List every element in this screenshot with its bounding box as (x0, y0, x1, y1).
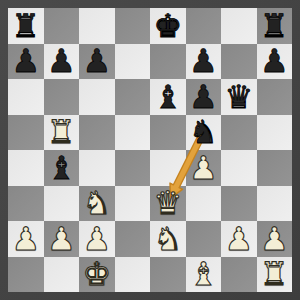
square-h1[interactable]: ♜ (257, 257, 293, 293)
square-e1[interactable] (150, 257, 186, 293)
square-d6[interactable] (115, 79, 151, 115)
square-a5[interactable] (8, 115, 44, 151)
square-b2[interactable]: ♟ (44, 221, 80, 257)
square-g7[interactable] (221, 44, 257, 80)
board-frame: ♜♚♜♟♟♟♟♟♝♟♛♜♞♝♟♞♛♟♟♟♞♟♟♚♝♜ (0, 0, 300, 300)
black-pawn[interactable]: ♟ (257, 44, 293, 80)
square-g1[interactable] (221, 257, 257, 293)
square-c2[interactable]: ♟ (79, 221, 115, 257)
white-pawn[interactable]: ♟ (44, 221, 80, 257)
square-g4[interactable] (221, 150, 257, 186)
square-a7[interactable]: ♟ (8, 44, 44, 80)
square-e8[interactable]: ♚ (150, 8, 186, 44)
white-rook[interactable]: ♜ (257, 257, 293, 293)
white-pawn[interactable]: ♟ (79, 221, 115, 257)
square-e4[interactable] (150, 150, 186, 186)
black-bishop[interactable]: ♝ (150, 79, 186, 115)
white-bishop[interactable]: ♝ (186, 257, 222, 293)
square-e7[interactable] (150, 44, 186, 80)
white-pawn[interactable]: ♟ (8, 221, 44, 257)
square-c1[interactable]: ♚ (79, 257, 115, 293)
square-c4[interactable] (79, 150, 115, 186)
square-g2[interactable]: ♟ (221, 221, 257, 257)
square-g5[interactable] (221, 115, 257, 151)
black-rook[interactable]: ♜ (8, 8, 44, 44)
white-king[interactable]: ♚ (79, 257, 115, 293)
square-d2[interactable] (115, 221, 151, 257)
square-h8[interactable]: ♜ (257, 8, 293, 44)
white-pawn[interactable]: ♟ (221, 221, 257, 257)
square-e3[interactable]: ♛ (150, 186, 186, 222)
square-b6[interactable] (44, 79, 80, 115)
black-pawn[interactable]: ♟ (186, 44, 222, 80)
square-f2[interactable] (186, 221, 222, 257)
square-h4[interactable] (257, 150, 293, 186)
square-d4[interactable] (115, 150, 151, 186)
white-knight[interactable]: ♞ (79, 186, 115, 222)
square-g8[interactable] (221, 8, 257, 44)
square-f8[interactable] (186, 8, 222, 44)
square-h7[interactable]: ♟ (257, 44, 293, 80)
square-f7[interactable]: ♟ (186, 44, 222, 80)
white-queen[interactable]: ♛ (150, 186, 186, 222)
white-pawn[interactable]: ♟ (257, 221, 293, 257)
square-b3[interactable] (44, 186, 80, 222)
black-rook[interactable]: ♜ (257, 8, 293, 44)
square-a6[interactable] (8, 79, 44, 115)
square-d8[interactable] (115, 8, 151, 44)
square-d1[interactable] (115, 257, 151, 293)
square-c8[interactable] (79, 8, 115, 44)
square-g6[interactable]: ♛ (221, 79, 257, 115)
square-h3[interactable] (257, 186, 293, 222)
square-f6[interactable]: ♟ (186, 79, 222, 115)
square-a1[interactable] (8, 257, 44, 293)
square-c3[interactable]: ♞ (79, 186, 115, 222)
square-c7[interactable]: ♟ (79, 44, 115, 80)
square-d5[interactable] (115, 115, 151, 151)
square-b1[interactable] (44, 257, 80, 293)
square-a8[interactable]: ♜ (8, 8, 44, 44)
square-g3[interactable] (221, 186, 257, 222)
square-h6[interactable] (257, 79, 293, 115)
square-a4[interactable] (8, 150, 44, 186)
square-f3[interactable] (186, 186, 222, 222)
square-f1[interactable]: ♝ (186, 257, 222, 293)
black-pawn[interactable]: ♟ (186, 79, 222, 115)
square-h2[interactable]: ♟ (257, 221, 293, 257)
square-c5[interactable] (79, 115, 115, 151)
white-knight[interactable]: ♞ (150, 221, 186, 257)
square-h5[interactable] (257, 115, 293, 151)
square-e2[interactable]: ♞ (150, 221, 186, 257)
square-a2[interactable]: ♟ (8, 221, 44, 257)
black-pawn[interactable]: ♟ (79, 44, 115, 80)
square-c6[interactable] (79, 79, 115, 115)
square-f5[interactable]: ♞ (186, 115, 222, 151)
square-e5[interactable] (150, 115, 186, 151)
square-b8[interactable] (44, 8, 80, 44)
black-pawn[interactable]: ♟ (44, 44, 80, 80)
white-rook[interactable]: ♜ (44, 115, 80, 151)
white-pawn[interactable]: ♟ (186, 150, 222, 186)
chess-board: ♜♚♜♟♟♟♟♟♝♟♛♜♞♝♟♞♛♟♟♟♞♟♟♚♝♜ (8, 8, 292, 292)
black-queen[interactable]: ♛ (221, 79, 257, 115)
square-d7[interactable] (115, 44, 151, 80)
square-d3[interactable] (115, 186, 151, 222)
square-f4[interactable]: ♟ (186, 150, 222, 186)
black-king[interactable]: ♚ (150, 8, 186, 44)
black-bishop[interactable]: ♝ (44, 150, 80, 186)
black-pawn[interactable]: ♟ (8, 44, 44, 80)
black-knight[interactable]: ♞ (186, 115, 222, 151)
square-b5[interactable]: ♜ (44, 115, 80, 151)
square-a3[interactable] (8, 186, 44, 222)
square-b7[interactable]: ♟ (44, 44, 80, 80)
square-b4[interactable]: ♝ (44, 150, 80, 186)
square-e6[interactable]: ♝ (150, 79, 186, 115)
